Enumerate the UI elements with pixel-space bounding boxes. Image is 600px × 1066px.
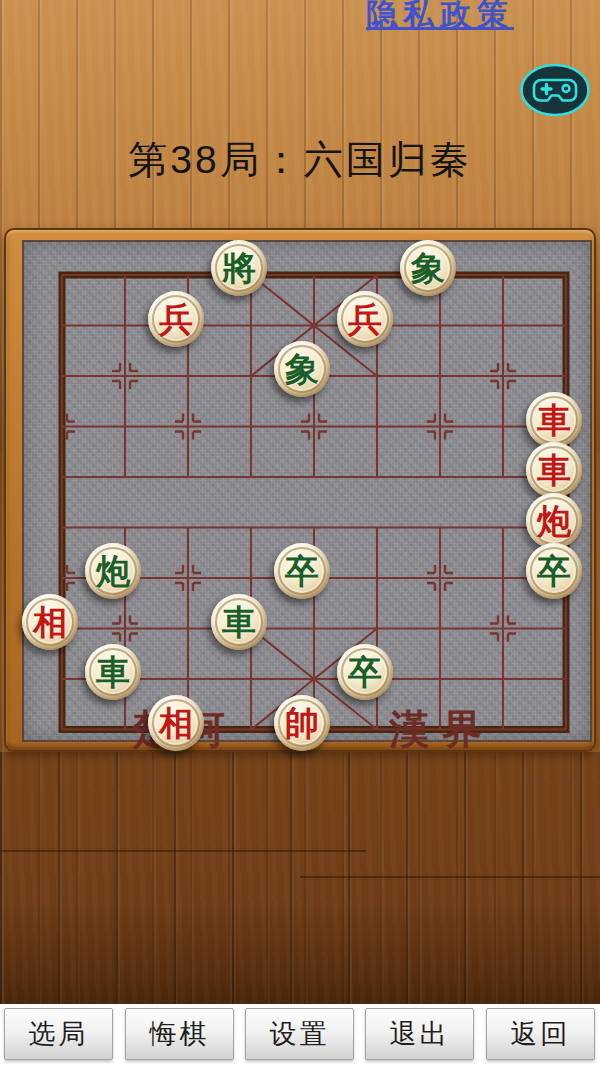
piece-character: 兵 [348,302,382,336]
piece-red-elephant[interactable]: 相 [148,695,204,751]
piece-character: 車 [537,453,571,487]
floor-plank-seam [0,850,366,852]
puzzle-title: 第38局：六国归秦 [0,133,600,187]
button-back[interactable]: 返回 [486,1008,595,1060]
piece-character: 相 [33,605,67,639]
wood-floor-lower [0,752,600,1005]
piece-character: 卒 [348,655,382,689]
piece-character: 帥 [285,706,319,740]
button-undo-move[interactable]: 悔棋 [125,1008,234,1060]
piece-red-chariot[interactable]: 車 [526,392,582,448]
piece-black-chariot[interactable]: 車 [85,644,141,700]
piece-character: 象 [285,352,319,386]
river-label-han: 漢界 [367,706,517,752]
privacy-policy-link[interactable]: 隐私政策 [366,0,514,30]
piece-red-soldier[interactable]: 兵 [337,291,393,347]
piece-character: 卒 [285,554,319,588]
piece-character: 卒 [537,554,571,588]
piece-red-cannon[interactable]: 炮 [526,493,582,549]
button-select-game[interactable]: 选局 [4,1008,113,1060]
piece-red-chariot[interactable]: 車 [526,442,582,498]
piece-character: 炮 [537,504,571,538]
piece-character: 將 [222,251,256,285]
piece-red-general[interactable]: 帥 [274,695,330,751]
app-screen: 隐私政策 第38局：六国归秦 楚河 漢界 將象兵兵象車車炮炮卒卒相車車卒相帥 选… [0,0,600,1066]
piece-character: 相 [159,706,193,740]
piece-black-general[interactable]: 將 [211,240,267,296]
piece-red-soldier[interactable]: 兵 [148,291,204,347]
piece-character: 車 [222,605,256,639]
piece-black-elephant[interactable]: 象 [274,341,330,397]
piece-black-soldier[interactable]: 卒 [274,543,330,599]
gamepad-button[interactable] [519,63,591,118]
xiangqi-board[interactable]: 楚河 漢界 將象兵兵象車車炮炮卒卒相車車卒相帥 [4,228,596,752]
piece-black-soldier[interactable]: 卒 [337,644,393,700]
piece-black-cannon[interactable]: 炮 [85,543,141,599]
piece-red-elephant[interactable]: 相 [22,594,78,650]
piece-black-chariot[interactable]: 車 [211,594,267,650]
piece-black-soldier[interactable]: 卒 [526,543,582,599]
piece-black-elephant[interactable]: 象 [400,240,456,296]
button-settings[interactable]: 设置 [245,1008,354,1060]
bottom-toolbar: 选局 悔棋 设置 退出 返回 [0,1004,600,1066]
piece-character: 炮 [96,554,130,588]
piece-character: 兵 [159,302,193,336]
gamepad-icon [519,63,591,118]
piece-character: 車 [537,403,571,437]
piece-character: 象 [411,251,445,285]
piece-character: 車 [96,655,130,689]
floor-plank-seam [300,876,600,878]
button-exit[interactable]: 退出 [365,1008,474,1060]
